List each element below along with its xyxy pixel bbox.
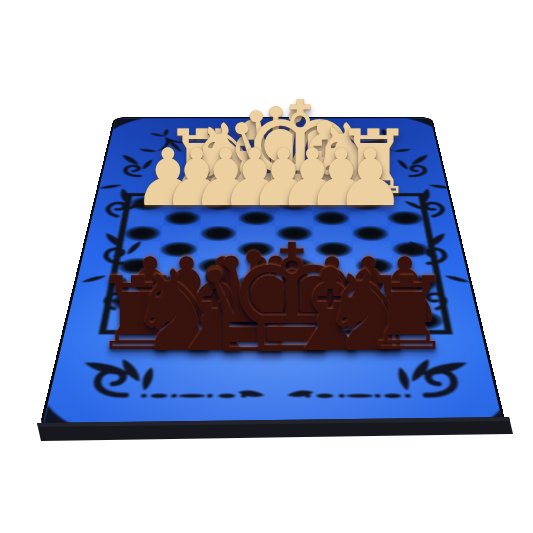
piece-white-pawn-h2[interactable]: ♟	[335, 139, 406, 218]
product-photo-canvas: ♜♞♝♛♚♝♞♜♟♟♟♟♟♟♟♟♟♟♟♟♟♟♟♟♜♞♝♛♚♝♞♜	[0, 0, 533, 533]
piece-black-rook-h8[interactable]: ♜	[362, 264, 453, 365]
pieces-layer: ♜♞♝♛♚♝♞♜♟♟♟♟♟♟♟♟♟♟♟♟♟♟♟♟♜♞♝♛♚♝♞♜	[0, 0, 533, 533]
